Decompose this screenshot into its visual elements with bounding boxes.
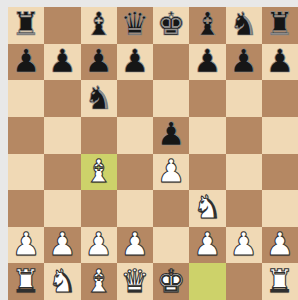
square-h3[interactable]	[262, 190, 298, 227]
square-b1[interactable]: ♞	[44, 263, 80, 300]
piece-black-pawn[interactable]: ♟	[48, 45, 77, 77]
square-f4[interactable]	[189, 154, 225, 191]
square-e2[interactable]	[153, 227, 189, 264]
square-g7[interactable]: ♟	[226, 44, 262, 81]
piece-white-king[interactable]: ♚	[157, 265, 186, 297]
piece-black-pawn[interactable]: ♟	[229, 45, 258, 77]
square-c2[interactable]: ♟	[81, 227, 117, 264]
piece-black-king[interactable]: ♚	[157, 8, 186, 40]
square-f8[interactable]: ♝	[189, 7, 225, 44]
piece-black-pawn[interactable]: ♟	[193, 45, 222, 77]
square-g1[interactable]	[226, 263, 262, 300]
square-c3[interactable]	[81, 190, 117, 227]
piece-black-pawn[interactable]: ♟	[12, 45, 41, 77]
piece-white-pawn[interactable]: ♟	[84, 228, 113, 260]
square-a2[interactable]: ♟	[8, 227, 44, 264]
square-b2[interactable]: ♟	[44, 227, 80, 264]
chess-board-container: ♜♝♛♚♝♞♜♟♟♟♟♟♟♟♞♟♝♟♞♟♟♟♟♟♟♟♜♞♝♛♚♜	[8, 7, 298, 300]
piece-white-knight[interactable]: ♞	[193, 191, 222, 223]
square-h4[interactable]	[262, 154, 298, 191]
piece-white-pawn[interactable]: ♟	[266, 228, 295, 260]
square-d2[interactable]: ♟	[117, 227, 153, 264]
piece-white-pawn[interactable]: ♟	[229, 228, 258, 260]
piece-black-pawn[interactable]: ♟	[121, 45, 150, 77]
square-g3[interactable]	[226, 190, 262, 227]
square-e6[interactable]	[153, 80, 189, 117]
piece-white-pawn[interactable]: ♟	[193, 228, 222, 260]
piece-white-knight[interactable]: ♞	[48, 265, 77, 297]
square-c8[interactable]: ♝	[81, 7, 117, 44]
square-c7[interactable]: ♟	[81, 44, 117, 81]
square-a8[interactable]: ♜	[8, 7, 44, 44]
piece-white-rook[interactable]: ♜	[12, 265, 41, 297]
piece-black-rook[interactable]: ♜	[12, 8, 41, 40]
chess-board: ♜♝♛♚♝♞♜♟♟♟♟♟♟♟♞♟♝♟♞♟♟♟♟♟♟♟♜♞♝♛♚♜	[8, 7, 298, 300]
square-g2[interactable]: ♟	[226, 227, 262, 264]
square-h6[interactable]	[262, 80, 298, 117]
square-b8[interactable]	[44, 7, 80, 44]
square-b5[interactable]	[44, 117, 80, 154]
square-h7[interactable]: ♟	[262, 44, 298, 81]
square-d4[interactable]	[117, 154, 153, 191]
square-d3[interactable]	[117, 190, 153, 227]
square-h2[interactable]: ♟	[262, 227, 298, 264]
square-e5[interactable]: ♟	[153, 117, 189, 154]
square-a1[interactable]: ♜	[8, 263, 44, 300]
square-a5[interactable]	[8, 117, 44, 154]
square-b7[interactable]: ♟	[44, 44, 80, 81]
square-g6[interactable]	[226, 80, 262, 117]
piece-black-bishop[interactable]: ♝	[193, 8, 222, 40]
square-b3[interactable]	[44, 190, 80, 227]
square-a7[interactable]: ♟	[8, 44, 44, 81]
square-h1[interactable]: ♜	[262, 263, 298, 300]
square-d8[interactable]: ♛	[117, 7, 153, 44]
square-d6[interactable]	[117, 80, 153, 117]
piece-white-pawn[interactable]: ♟	[12, 228, 41, 260]
square-f5[interactable]	[189, 117, 225, 154]
square-h5[interactable]	[262, 117, 298, 154]
piece-white-bishop[interactable]: ♝	[84, 155, 113, 187]
square-b4[interactable]	[44, 154, 80, 191]
piece-white-bishop[interactable]: ♝	[84, 265, 113, 297]
square-f2[interactable]: ♟	[189, 227, 225, 264]
square-e4[interactable]: ♟	[153, 154, 189, 191]
piece-black-queen[interactable]: ♛	[121, 8, 150, 40]
square-d7[interactable]: ♟	[117, 44, 153, 81]
piece-black-pawn[interactable]: ♟	[84, 45, 113, 77]
piece-black-pawn[interactable]: ♟	[157, 118, 186, 150]
piece-black-pawn[interactable]: ♟	[266, 45, 295, 77]
square-g5[interactable]	[226, 117, 262, 154]
piece-white-rook[interactable]: ♜	[266, 265, 295, 297]
square-f6[interactable]	[189, 80, 225, 117]
square-f7[interactable]: ♟	[189, 44, 225, 81]
square-c5[interactable]	[81, 117, 117, 154]
piece-white-pawn[interactable]: ♟	[48, 228, 77, 260]
square-g4[interactable]	[226, 154, 262, 191]
square-a4[interactable]	[8, 154, 44, 191]
square-d5[interactable]	[117, 117, 153, 154]
square-f1[interactable]	[189, 263, 225, 300]
piece-white-pawn[interactable]: ♟	[157, 155, 186, 187]
square-g8[interactable]: ♞	[226, 7, 262, 44]
square-e7[interactable]	[153, 44, 189, 81]
piece-white-queen[interactable]: ♛	[121, 265, 150, 297]
square-a3[interactable]	[8, 190, 44, 227]
square-b6[interactable]	[44, 80, 80, 117]
square-e8[interactable]: ♚	[153, 7, 189, 44]
square-e3[interactable]	[153, 190, 189, 227]
piece-black-bishop[interactable]: ♝	[84, 8, 113, 40]
square-e1[interactable]: ♚	[153, 263, 189, 300]
square-d1[interactable]: ♛	[117, 263, 153, 300]
piece-white-pawn[interactable]: ♟	[121, 228, 150, 260]
square-c1[interactable]: ♝	[81, 263, 117, 300]
piece-black-rook[interactable]: ♜	[266, 8, 295, 40]
square-h8[interactable]: ♜	[262, 7, 298, 44]
square-a6[interactable]	[8, 80, 44, 117]
piece-black-knight[interactable]: ♞	[229, 8, 258, 40]
square-c4[interactable]: ♝	[81, 154, 117, 191]
square-f3[interactable]: ♞	[189, 190, 225, 227]
square-c6[interactable]: ♞	[81, 80, 117, 117]
piece-black-knight[interactable]: ♞	[84, 82, 113, 114]
